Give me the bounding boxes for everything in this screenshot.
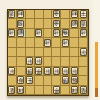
shogi-piece[interactable]: 銀 (71, 20, 78, 28)
shogi-piece[interactable]: 歩 (80, 48, 87, 56)
board-cell[interactable] (17, 38, 26, 47)
board-cell[interactable] (44, 57, 53, 66)
board-cell[interactable] (17, 67, 26, 76)
board-cell[interactable] (79, 38, 88, 47)
board-cell[interactable]: 歩 (44, 67, 53, 76)
shogi-piece[interactable]: 歩 (35, 57, 42, 65)
shogi-piece[interactable]: 銀 (17, 29, 24, 37)
board-cell[interactable]: 金 (52, 10, 61, 19)
board-cell[interactable]: 角 (17, 76, 26, 85)
board-cell[interactable]: 桂 (17, 10, 26, 19)
board-cell[interactable]: 銀 (26, 67, 35, 76)
shogi-piece[interactable]: 歩 (53, 67, 60, 75)
right-panel-bar-segment (95, 88, 98, 97)
board-cell[interactable]: 角 (61, 29, 70, 38)
board-cell[interactable]: 香 (8, 86, 17, 95)
board-cell[interactable]: 飛 (17, 19, 26, 28)
board-cell[interactable] (8, 19, 17, 28)
board-cell[interactable]: 歩 (8, 67, 17, 76)
board-cell[interactable] (8, 48, 17, 57)
board-cell[interactable] (70, 57, 79, 66)
board-cell[interactable] (26, 19, 35, 28)
board-cell[interactable] (44, 29, 53, 38)
shogi-piece[interactable]: 香 (8, 10, 15, 18)
board-cell[interactable] (79, 57, 88, 66)
shogi-piece[interactable]: 飛 (71, 76, 78, 84)
board-cell[interactable]: 歩 (79, 48, 88, 57)
shogi-piece[interactable]: 王 (80, 10, 87, 18)
board-cell[interactable] (44, 48, 53, 57)
board-cell[interactable] (61, 86, 70, 95)
board-cell[interactable] (17, 57, 26, 66)
board-cell[interactable] (35, 38, 44, 47)
shogi-board[interactable]: 香桂金桂王飛金銀香歩銀歩歩角歩歩歩歩歩歩歩銀金歩歩歩歩角玉銀飛香桂金桂香 (7, 9, 89, 96)
board-cell[interactable] (44, 10, 53, 19)
shogi-piece[interactable]: 歩 (62, 67, 69, 75)
board-cell[interactable]: 歩 (35, 57, 44, 66)
shogi-piece[interactable]: 金 (53, 86, 60, 94)
board-cell[interactable] (52, 38, 61, 47)
board-cell[interactable]: 金 (35, 67, 44, 76)
board-cell[interactable] (79, 76, 88, 85)
shogi-piece[interactable]: 玉 (26, 76, 33, 84)
shogi-piece[interactable]: 歩 (53, 29, 60, 37)
board-cell[interactable] (44, 19, 53, 28)
board-cell[interactable]: 王 (79, 10, 88, 19)
shogi-piece[interactable]: 銀 (26, 67, 33, 75)
board-cell[interactable] (8, 76, 17, 85)
board-cell[interactable] (61, 10, 70, 19)
shogi-piece[interactable]: 歩 (8, 67, 15, 75)
board-cell[interactable]: 銀 (61, 76, 70, 85)
shogi-piece[interactable]: 香 (80, 86, 87, 94)
board-cell[interactable]: 歩 (52, 67, 61, 76)
right-panel-bar (95, 42, 98, 88)
shogi-piece[interactable]: 香 (80, 20, 87, 28)
shogi-piece[interactable]: 金 (53, 20, 60, 28)
board-cell[interactable] (35, 10, 44, 19)
board-cell[interactable]: 歩 (52, 29, 61, 38)
board-cell[interactable] (17, 48, 26, 57)
board-cell[interactable]: 香 (79, 86, 88, 95)
shogi-piece[interactable]: 桂 (71, 10, 78, 18)
board-cell[interactable]: 銀 (70, 19, 79, 28)
board-cell[interactable]: 桂 (70, 10, 79, 19)
board-cell[interactable] (35, 86, 44, 95)
shogi-piece[interactable]: 金 (53, 10, 60, 18)
board-cell[interactable] (79, 67, 88, 76)
board-cell[interactable]: 歩 (61, 38, 70, 47)
shogi-piece[interactable]: 角 (17, 76, 24, 84)
shogi-piece[interactable]: 歩 (26, 57, 33, 65)
board-cell[interactable]: 玉 (26, 76, 35, 85)
board-cell[interactable] (26, 29, 35, 38)
board-cell[interactable] (8, 38, 17, 47)
board-cell[interactable] (44, 86, 53, 95)
shogi-piece[interactable]: 桂 (71, 86, 78, 94)
board-cell[interactable]: 歩 (44, 38, 53, 47)
board-cell[interactable]: 香 (79, 19, 88, 28)
shogi-piece[interactable]: 歩 (35, 29, 42, 37)
board-cell[interactable] (8, 57, 17, 66)
board-cell[interactable]: 歩 (26, 57, 35, 66)
board-cell[interactable] (26, 48, 35, 57)
shogi-piece[interactable]: 角 (62, 29, 69, 37)
shogi-piece[interactable]: 歩 (44, 67, 51, 75)
board-cell[interactable] (35, 19, 44, 28)
board-cell[interactable]: 銀 (17, 29, 26, 38)
board-cell[interactable] (52, 57, 61, 66)
board-cell[interactable] (70, 29, 79, 38)
board-cell[interactable]: 香 (8, 10, 17, 19)
shogi-piece[interactable]: 飛 (17, 20, 24, 28)
board-cell[interactable] (26, 10, 35, 19)
shogi-piece[interactable]: 歩 (8, 29, 15, 37)
board-cell[interactable]: 飛 (70, 76, 79, 85)
board-cell[interactable] (26, 86, 35, 95)
board-cell[interactable]: 金 (52, 19, 61, 28)
shogi-piece[interactable]: 銀 (62, 76, 69, 84)
shogi-piece[interactable]: 桂 (17, 10, 24, 18)
shogi-piece[interactable]: 歩 (71, 67, 78, 75)
shogi-piece[interactable]: 金 (35, 67, 42, 75)
board-cell[interactable]: 歩 (79, 29, 88, 38)
board-cell[interactable] (26, 38, 35, 47)
board-cell[interactable] (52, 48, 61, 57)
board-cell[interactable]: 金 (52, 86, 61, 95)
shogi-piece[interactable]: 歩 (44, 39, 51, 47)
board-cell[interactable] (52, 76, 61, 85)
board-cell[interactable]: 歩 (70, 67, 79, 76)
board-cell[interactable]: 歩 (35, 29, 44, 38)
board-cell[interactable] (61, 57, 70, 66)
board-cell[interactable] (70, 38, 79, 47)
board-cell[interactable]: 桂 (17, 86, 26, 95)
board-cell[interactable] (35, 48, 44, 57)
board-cell[interactable] (70, 48, 79, 57)
board-cell[interactable]: 歩 (61, 67, 70, 76)
board-cell[interactable] (61, 48, 70, 57)
board-cell[interactable]: 歩 (8, 29, 17, 38)
board-cell[interactable] (35, 76, 44, 85)
board-cell[interactable] (61, 19, 70, 28)
board-cell[interactable] (44, 76, 53, 85)
shogi-piece[interactable]: 歩 (80, 29, 87, 37)
shogi-piece[interactable]: 桂 (17, 86, 24, 94)
board-cell[interactable]: 桂 (70, 86, 79, 95)
shogi-piece[interactable]: 歩 (62, 39, 69, 47)
shogi-app: 香桂金桂王飛金銀香歩銀歩歩角歩歩歩歩歩歩歩銀金歩歩歩歩角玉銀飛香桂金桂香 (0, 0, 100, 100)
shogi-piece[interactable]: 香 (8, 86, 15, 94)
